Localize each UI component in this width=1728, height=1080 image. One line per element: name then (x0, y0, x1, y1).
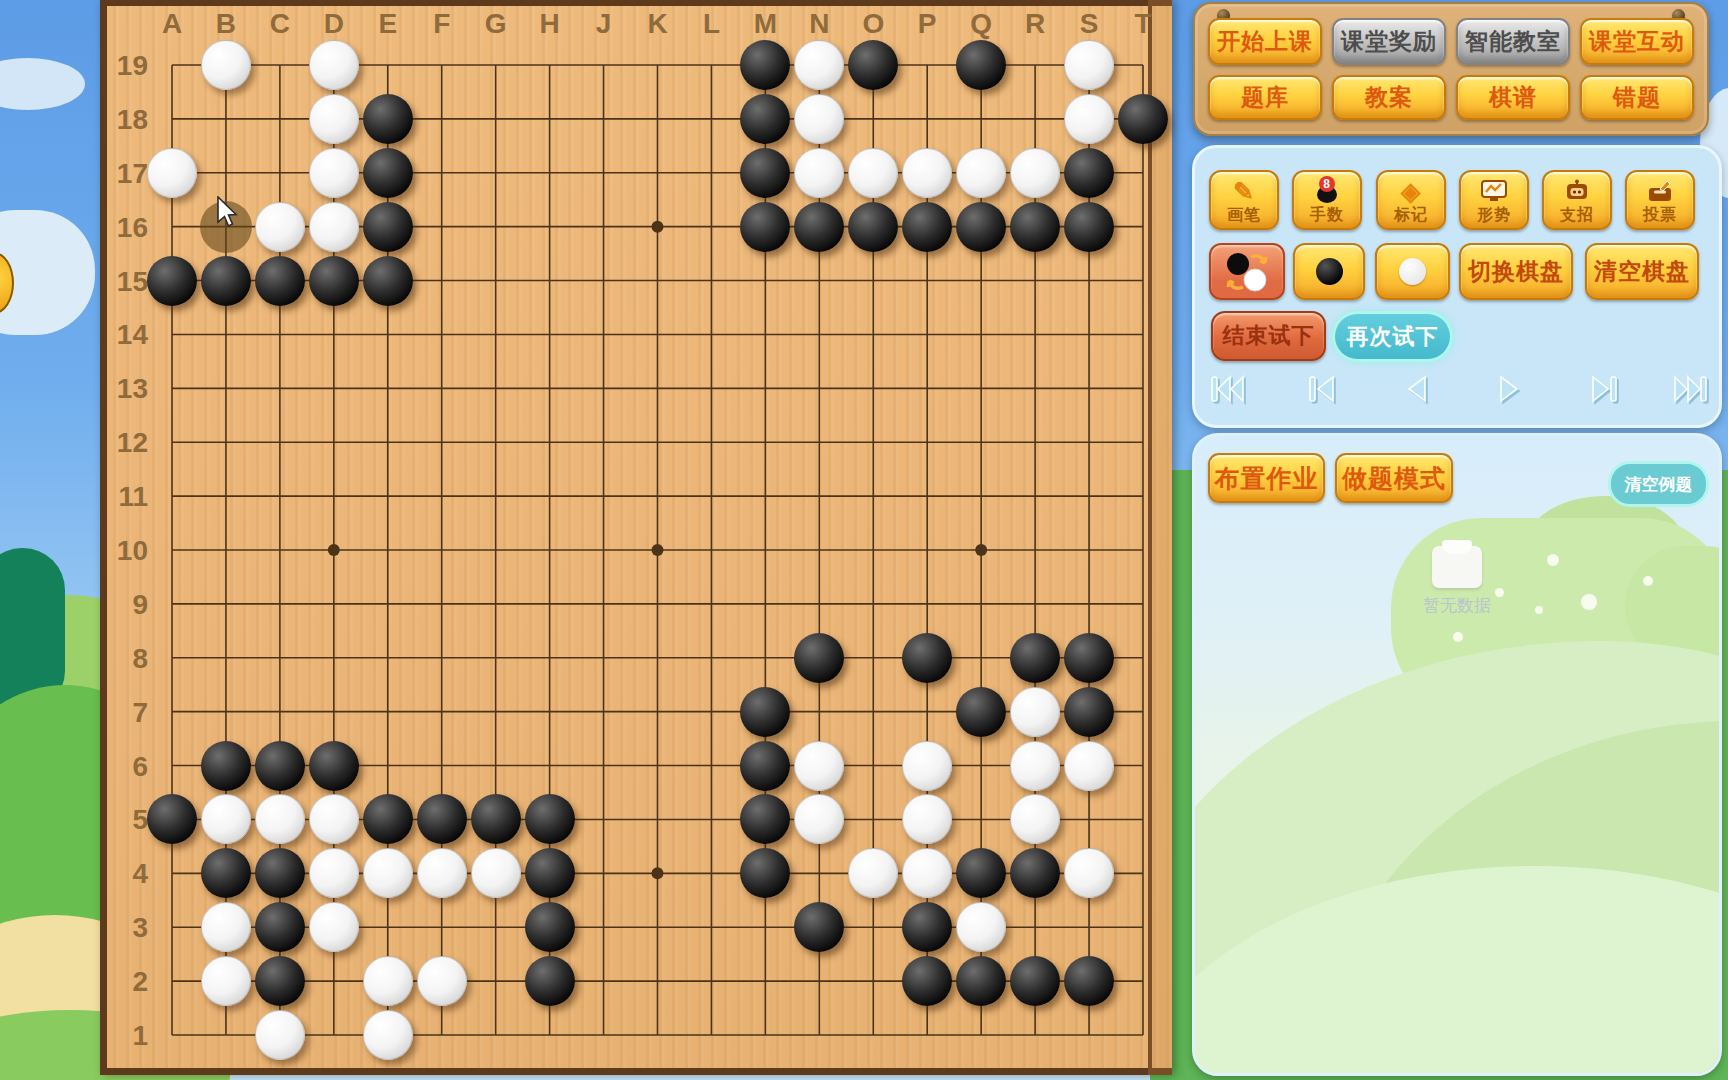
svg-text:H: H (539, 8, 559, 39)
stone-black[interactable] (902, 202, 952, 252)
stone-black[interactable] (1010, 633, 1060, 683)
top-menu-sign: 开始上课 课堂奖励 智能教室 课堂互动 题库 教案 棋谱 错题 (1193, 2, 1709, 136)
retry-trial-button[interactable]: 再次试下 (1335, 314, 1450, 359)
stone-black[interactable] (471, 794, 521, 844)
stone-black[interactable] (956, 687, 1006, 737)
stone-white[interactable] (201, 902, 251, 952)
lesson-plan-button[interactable]: 教案 (1332, 75, 1446, 120)
stone-black[interactable] (902, 956, 952, 1006)
stone-black[interactable] (1010, 202, 1060, 252)
svg-text:C: C (270, 8, 290, 39)
stone-black[interactable] (740, 741, 790, 791)
territory-icon (1480, 178, 1508, 204)
stone-black[interactable] (255, 256, 305, 306)
svg-text:5: 5 (132, 804, 148, 835)
stone-white[interactable] (309, 202, 359, 252)
svg-text:18: 18 (117, 104, 148, 135)
stone-white[interactable] (309, 794, 359, 844)
svg-text:A: A (162, 8, 182, 39)
stone-white[interactable] (201, 956, 251, 1006)
stone-black[interactable] (1064, 687, 1114, 737)
stone-black[interactable] (794, 633, 844, 683)
territory-tool-button[interactable]: 形势 (1459, 170, 1529, 230)
vote-icon (1646, 178, 1674, 204)
svg-text:F: F (433, 8, 450, 39)
svg-text:2: 2 (132, 966, 148, 997)
empty-state-text: 暂无数据 (1392, 594, 1522, 617)
wrong-question-button[interactable]: 错题 (1580, 75, 1694, 120)
clear-example-button[interactable]: 清空例题 (1608, 461, 1709, 507)
step-back-fast-button[interactable] (1302, 371, 1342, 407)
tool-label: 支招 (1560, 205, 1594, 226)
white-stone-mode-button[interactable] (1375, 243, 1450, 300)
svg-text:17: 17 (117, 158, 148, 189)
stone-black[interactable] (848, 40, 898, 90)
stone-black[interactable] (309, 741, 359, 791)
jump-to-end-button[interactable] (1670, 371, 1710, 407)
stone-black[interactable] (363, 256, 413, 306)
stone-black[interactable] (740, 94, 790, 144)
stone-white[interactable] (255, 794, 305, 844)
stone-white[interactable] (363, 956, 413, 1006)
svg-text:L: L (703, 8, 720, 39)
svg-text:M: M (754, 8, 777, 39)
stone-black[interactable] (740, 202, 790, 252)
stone-black[interactable] (363, 148, 413, 198)
stone-white[interactable] (201, 40, 251, 90)
go-board[interactable]: ABCDEFGHJKLMNOPQRST191817161514131211109… (100, 0, 1172, 1075)
svg-text:13: 13 (117, 373, 148, 404)
svg-text:10: 10 (117, 535, 148, 566)
stone-white[interactable] (794, 741, 844, 791)
svg-text:8: 8 (132, 643, 148, 674)
svg-text:N: N (809, 8, 829, 39)
stone-white[interactable] (363, 1010, 413, 1060)
svg-text:6: 6 (132, 751, 148, 782)
svg-text:P: P (918, 8, 937, 39)
stone-black[interactable] (363, 202, 413, 252)
tool-label: 投票 (1643, 205, 1677, 226)
stone-white[interactable] (363, 848, 413, 898)
svg-text:3: 3 (132, 912, 148, 943)
stone-white[interactable] (794, 94, 844, 144)
step-forward-button[interactable] (1490, 371, 1530, 407)
svg-text:12: 12 (117, 427, 148, 458)
stone-white[interactable] (309, 94, 359, 144)
hint-icon (1563, 178, 1591, 204)
stone-black[interactable] (1064, 202, 1114, 252)
tool-label: 标记 (1394, 205, 1428, 226)
stone-black[interactable] (525, 794, 575, 844)
empty-state-icon (1432, 546, 1482, 588)
black-stone-icon (1316, 258, 1343, 285)
clear-board-button[interactable]: 清空棋盘 (1585, 243, 1699, 300)
stone-black[interactable] (1064, 956, 1114, 1006)
svg-text:O: O (862, 8, 884, 39)
stone-white[interactable] (794, 148, 844, 198)
stone-white[interactable] (1064, 741, 1114, 791)
stone-black[interactable] (201, 741, 251, 791)
stone-black[interactable] (740, 687, 790, 737)
stone-black[interactable] (255, 956, 305, 1006)
class-reward-button[interactable]: 课堂奖励 (1332, 18, 1446, 65)
stone-black[interactable] (740, 148, 790, 198)
stone-black[interactable] (525, 848, 575, 898)
stone-black[interactable] (147, 256, 197, 306)
svg-text:D: D (324, 8, 344, 39)
stone-black[interactable] (902, 633, 952, 683)
game-record-button[interactable]: 棋谱 (1456, 75, 1570, 120)
homework-panel: 暂无数据 布置作业 做题模式 清空例题 (1192, 433, 1722, 1076)
stone-white[interactable] (1010, 687, 1060, 737)
assign-homework-button[interactable]: 布置作业 (1208, 453, 1325, 503)
svg-text:9: 9 (132, 589, 148, 620)
step-forward-fast-button[interactable] (1584, 371, 1624, 407)
svg-text:B: B (216, 8, 236, 39)
stone-black[interactable] (956, 202, 1006, 252)
svg-text:1: 1 (132, 1020, 148, 1051)
svg-text:K: K (647, 8, 667, 39)
svg-text:G: G (485, 8, 507, 39)
stone-black[interactable] (1064, 148, 1114, 198)
stone-black[interactable] (255, 902, 305, 952)
stone-black[interactable] (794, 202, 844, 252)
black-stone-mode-button[interactable] (1293, 243, 1365, 300)
mouse-cursor-icon (216, 196, 238, 230)
stone-white[interactable] (1010, 741, 1060, 791)
svg-text:R: R (1025, 8, 1045, 39)
alternate-stone-mode-button[interactable] (1209, 243, 1285, 300)
smart-classroom-button[interactable]: 智能教室 (1456, 18, 1570, 65)
stone-white[interactable] (309, 148, 359, 198)
svg-text:14: 14 (117, 319, 149, 350)
white-stone-icon (1399, 258, 1426, 285)
stone-black[interactable] (1118, 94, 1168, 144)
stone-white[interactable] (902, 148, 952, 198)
class-interaction-button[interactable]: 课堂互动 (1580, 18, 1694, 65)
stone-white[interactable] (848, 148, 898, 198)
stone-white[interactable] (255, 1010, 305, 1060)
practice-mode-button[interactable]: 做题模式 (1335, 453, 1453, 503)
stone-black[interactable] (1010, 956, 1060, 1006)
move-number-tool-button[interactable]: 8 手数 (1292, 170, 1362, 230)
stone-black[interactable] (255, 848, 305, 898)
stone-black[interactable] (309, 256, 359, 306)
move-number-icon: 8 (1315, 178, 1339, 204)
svg-text:15: 15 (117, 266, 148, 297)
stone-white[interactable] (956, 148, 1006, 198)
hint-tool-button[interactable]: 支招 (1542, 170, 1612, 230)
vote-tool-button[interactable]: 投票 (1625, 170, 1695, 230)
svg-text:J: J (596, 8, 612, 39)
stone-black[interactable] (363, 794, 413, 844)
stone-white[interactable] (1064, 94, 1114, 144)
stone-white[interactable] (1064, 40, 1114, 90)
stone-white[interactable] (471, 848, 521, 898)
svg-text:S: S (1080, 8, 1099, 39)
stone-white[interactable] (417, 956, 467, 1006)
stone-white[interactable] (147, 148, 197, 198)
start-class-button[interactable]: 开始上课 (1208, 18, 1322, 65)
stone-black[interactable] (201, 848, 251, 898)
stone-white[interactable] (794, 40, 844, 90)
stone-black[interactable] (363, 94, 413, 144)
stone-black[interactable] (956, 956, 1006, 1006)
stone-black[interactable] (525, 956, 575, 1006)
go-teaching-app: ABCDEFGHJKLMNOPQRST191817161514131211109… (0, 0, 1728, 1080)
stone-black[interactable] (201, 256, 251, 306)
stone-white[interactable] (309, 40, 359, 90)
pencil-icon: ✎ (1233, 178, 1255, 204)
svg-text:7: 7 (132, 697, 148, 728)
tool-label: 手数 (1310, 205, 1344, 226)
tools-panel: ✎ 画笔 8 手数 ◈ 标记 形势 支招 (1192, 145, 1722, 428)
tool-label: 画笔 (1227, 205, 1261, 226)
svg-text:4: 4 (132, 858, 148, 889)
stone-white[interactable] (309, 848, 359, 898)
tool-label: 形势 (1477, 205, 1511, 226)
alternate-stones-icon (1221, 249, 1273, 295)
brush-tool-button[interactable]: ✎ 画笔 (1209, 170, 1279, 230)
svg-text:19: 19 (117, 50, 148, 81)
marker-icon: ◈ (1401, 178, 1421, 204)
jump-to-start-button[interactable] (1208, 371, 1248, 407)
stone-black[interactable] (956, 40, 1006, 90)
svg-text:Q: Q (970, 8, 992, 39)
svg-text:16: 16 (117, 212, 148, 243)
question-bank-button[interactable]: 题库 (1208, 75, 1322, 120)
svg-text:11: 11 (118, 481, 148, 512)
stone-black[interactable] (417, 794, 467, 844)
stone-white[interactable] (1010, 148, 1060, 198)
stone-black[interactable] (255, 741, 305, 791)
stone-black[interactable] (1064, 633, 1114, 683)
step-back-button[interactable] (1396, 371, 1436, 407)
stone-white[interactable] (417, 848, 467, 898)
stone-white[interactable] (309, 902, 359, 952)
svg-text:E: E (378, 8, 397, 39)
stone-white[interactable] (255, 202, 305, 252)
svg-text:T: T (1134, 8, 1151, 39)
switch-board-button[interactable]: 切换棋盘 (1459, 243, 1573, 300)
marker-tool-button[interactable]: ◈ 标记 (1376, 170, 1446, 230)
end-trial-button[interactable]: 结束试下 (1211, 311, 1326, 361)
stone-black[interactable] (525, 902, 575, 952)
stone-black[interactable] (848, 202, 898, 252)
stone-white[interactable] (902, 741, 952, 791)
